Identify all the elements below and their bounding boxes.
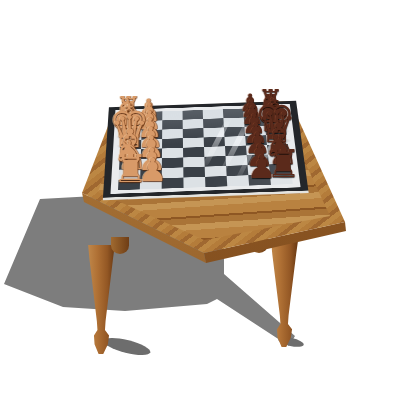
board-square — [205, 176, 227, 187]
board-square — [248, 174, 271, 185]
left-leg-foot-shadow — [102, 334, 152, 358]
chess-table-scene: ♜♟♟♜♞♟♟♞♝♟♟♝♚♟♟♚♛♟♟♛♝♟♟♝♞♟♟♞♜♟♟♜ — [0, 0, 400, 400]
chess-board — [103, 101, 308, 198]
board-square — [270, 174, 293, 185]
table-leg-rear-left-stub — [111, 237, 129, 254]
board-square — [162, 178, 184, 189]
board-square — [140, 178, 162, 189]
board-square — [183, 177, 205, 188]
board-square — [118, 179, 140, 190]
